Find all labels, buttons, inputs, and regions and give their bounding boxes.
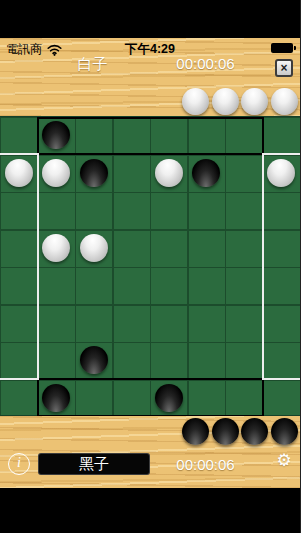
white-stone[interactable] (80, 234, 108, 262)
board-cell-r2c4[interactable] (150, 192, 188, 230)
status-bar: 電訊商 下午4:29 (0, 38, 300, 57)
board-cell-r7c0[interactable] (0, 379, 38, 417)
board-cell-r2c6[interactable] (225, 192, 263, 230)
white-stone[interactable] (42, 159, 70, 187)
board-cell-r2c3[interactable] (113, 192, 151, 230)
board-cell-r6c3[interactable] (113, 342, 151, 380)
board-cell-r3c0[interactable] (0, 229, 38, 267)
board-cell-r5c2[interactable] (75, 304, 113, 342)
board-cell-r3c1[interactable] (38, 229, 76, 267)
board-cell-r0c1[interactable] (38, 117, 76, 155)
board-cell-r1c5[interactable] (188, 154, 226, 192)
board-cell-r5c0[interactable] (0, 304, 38, 342)
settings-gear-icon[interactable]: ⚙ (273, 450, 295, 472)
white-tray-stone (212, 88, 239, 115)
game-board (0, 116, 300, 416)
board-cell-r4c4[interactable] (150, 267, 188, 305)
board-cell-r4c5[interactable] (188, 267, 226, 305)
board-cell-r4c1[interactable] (38, 267, 76, 305)
board-cell-r2c5[interactable] (188, 192, 226, 230)
black-player-button[interactable]: 黑子 (38, 453, 150, 475)
board-cell-r6c4[interactable] (150, 342, 188, 380)
board-cell-r5c4[interactable] (150, 304, 188, 342)
black-stone[interactable] (155, 384, 183, 412)
board-cell-r7c3[interactable] (113, 379, 151, 417)
board-cell-r3c4[interactable] (150, 229, 188, 267)
board-cell-r7c5[interactable] (188, 379, 226, 417)
board-cell-r3c6[interactable] (225, 229, 263, 267)
white-player-label: 白子 (60, 55, 125, 74)
black-stone-tray (182, 418, 298, 445)
white-player-timer: 00:00:06 (170, 55, 241, 72)
black-stone[interactable] (80, 159, 108, 187)
black-tray-stone (212, 418, 239, 445)
battery-tip (294, 46, 296, 50)
board-cell-r6c0[interactable] (0, 342, 38, 380)
board-cell-r5c6[interactable] (225, 304, 263, 342)
white-stone-tray (182, 88, 298, 115)
board-cell-r0c5[interactable] (188, 117, 226, 155)
board-cell-r0c7[interactable] (263, 117, 301, 155)
board-cell-r4c6[interactable] (225, 267, 263, 305)
black-stone[interactable] (42, 121, 70, 149)
board-cell-r0c6[interactable] (225, 117, 263, 155)
board-grid (0, 117, 300, 417)
carrier-label: 電訊商 (6, 41, 42, 58)
white-stone[interactable] (42, 234, 70, 262)
info-button[interactable]: i (8, 453, 30, 475)
board-cell-r5c3[interactable] (113, 304, 151, 342)
board-cell-r7c2[interactable] (75, 379, 113, 417)
board-cell-r3c2[interactable] (75, 229, 113, 267)
board-cell-r2c1[interactable] (38, 192, 76, 230)
board-cell-r5c1[interactable] (38, 304, 76, 342)
white-tray-stone (182, 88, 209, 115)
board-cell-r1c4[interactable] (150, 154, 188, 192)
board-cell-r6c1[interactable] (38, 342, 76, 380)
board-cell-r6c6[interactable] (225, 342, 263, 380)
board-cell-r4c7[interactable] (263, 267, 301, 305)
board-cell-r6c2[interactable] (75, 342, 113, 380)
board-cell-r7c4[interactable] (150, 379, 188, 417)
white-stone[interactable] (155, 159, 183, 187)
board-cell-r0c2[interactable] (75, 117, 113, 155)
black-player-timer: 00:00:06 (170, 456, 241, 473)
board-cell-r4c0[interactable] (0, 267, 38, 305)
app-screen: 電訊商 下午4:29 白子 00:00:06 × i (0, 0, 300, 533)
black-stone[interactable] (80, 346, 108, 374)
bottom-wood-panel: i 黑子 00:00:06 ⚙ (0, 416, 300, 489)
white-stone[interactable] (267, 159, 295, 187)
board-cell-r0c3[interactable] (113, 117, 151, 155)
board-cell-r1c2[interactable] (75, 154, 113, 192)
board-cell-r7c1[interactable] (38, 379, 76, 417)
board-cell-r3c3[interactable] (113, 229, 151, 267)
board-cell-r4c3[interactable] (113, 267, 151, 305)
top-wood-panel: 電訊商 下午4:29 白子 00:00:06 × (0, 38, 300, 116)
board-cell-r1c3[interactable] (113, 154, 151, 192)
board-cell-r1c6[interactable] (225, 154, 263, 192)
board-cell-r5c7[interactable] (263, 304, 301, 342)
white-stone[interactable] (5, 159, 33, 187)
board-cell-r0c0[interactable] (0, 117, 38, 155)
board-cell-r3c7[interactable] (263, 229, 301, 267)
black-stone[interactable] (192, 159, 220, 187)
black-stone[interactable] (42, 384, 70, 412)
white-tray-stone (241, 88, 268, 115)
board-cell-r4c2[interactable] (75, 267, 113, 305)
black-tray-stone (241, 418, 268, 445)
board-cell-r6c5[interactable] (188, 342, 226, 380)
board-cell-r3c5[interactable] (188, 229, 226, 267)
board-cell-r7c7[interactable] (263, 379, 301, 417)
close-button[interactable]: × (275, 59, 293, 77)
board-cell-r1c7[interactable] (263, 154, 301, 192)
board-cell-r1c1[interactable] (38, 154, 76, 192)
white-tray-stone (271, 88, 298, 115)
battery-icon (271, 43, 293, 53)
black-tray-stone (271, 418, 298, 445)
board-cell-r0c4[interactable] (150, 117, 188, 155)
board-cell-r1c0[interactable] (0, 154, 38, 192)
top-letterbox (0, 0, 300, 38)
board-cell-r2c2[interactable] (75, 192, 113, 230)
board-cell-r2c0[interactable] (0, 192, 38, 230)
black-tray-stone (182, 418, 209, 445)
board-cell-r6c7[interactable] (263, 342, 301, 380)
board-cell-r2c7[interactable] (263, 192, 301, 230)
bottom-letterbox (0, 488, 300, 533)
board-cell-r7c6[interactable] (225, 379, 263, 417)
board-cell-r5c5[interactable] (188, 304, 226, 342)
